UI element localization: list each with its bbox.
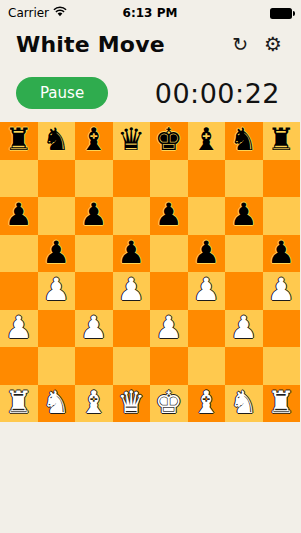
square-h7[interactable]	[263, 160, 301, 198]
refresh-button[interactable]: ↻	[232, 35, 248, 54]
white-pawn: ♟	[192, 274, 220, 305]
square-b7[interactable]	[38, 160, 76, 198]
white-rook: ♜	[267, 387, 295, 418]
white-knight: ♞	[42, 387, 70, 418]
square-e6[interactable]: ♟	[150, 197, 188, 235]
square-b5[interactable]: ♟	[38, 235, 76, 273]
square-g1[interactable]: ♞	[225, 385, 263, 423]
square-e8[interactable]: ♚	[150, 122, 188, 160]
black-pawn: ♟	[80, 199, 108, 230]
square-b8[interactable]: ♞	[38, 122, 76, 160]
black-bishop: ♝	[80, 124, 108, 155]
square-d1[interactable]: ♛	[113, 385, 151, 423]
square-a8[interactable]: ♜	[0, 122, 38, 160]
square-c4[interactable]	[75, 272, 113, 310]
square-g5[interactable]	[225, 235, 263, 273]
square-c1[interactable]: ♝	[75, 385, 113, 423]
square-a4[interactable]	[0, 272, 38, 310]
square-a7[interactable]	[0, 160, 38, 198]
square-h2[interactable]	[263, 347, 301, 385]
black-rook: ♜	[267, 124, 295, 155]
white-pawn: ♟	[117, 274, 145, 305]
battery-icon	[270, 8, 292, 19]
square-a3[interactable]: ♟	[0, 310, 38, 348]
white-bishop: ♝	[192, 387, 220, 418]
black-pawn: ♟	[42, 237, 70, 268]
square-f3[interactable]	[188, 310, 226, 348]
square-f7[interactable]	[188, 160, 226, 198]
square-b4[interactable]: ♟	[38, 272, 76, 310]
square-e3[interactable]: ♟	[150, 310, 188, 348]
black-pawn: ♟	[117, 237, 145, 268]
square-h5[interactable]: ♟	[263, 235, 301, 273]
black-rook: ♜	[5, 124, 33, 155]
carrier-label: Carrier	[8, 6, 49, 20]
white-pawn: ♟	[155, 312, 183, 343]
status-clock: 6:13 PM	[98, 6, 202, 20]
white-pawn: ♟	[267, 274, 295, 305]
square-h3[interactable]	[263, 310, 301, 348]
header: White Move ↻ ⚙	[0, 24, 300, 64]
square-d8[interactable]: ♛	[113, 122, 151, 160]
black-queen: ♛	[117, 124, 145, 155]
square-d2[interactable]	[113, 347, 151, 385]
square-c2[interactable]	[75, 347, 113, 385]
square-g8[interactable]: ♞	[225, 122, 263, 160]
black-pawn: ♟	[5, 199, 33, 230]
square-a5[interactable]	[0, 235, 38, 273]
square-h4[interactable]: ♟	[263, 272, 301, 310]
wifi-icon	[53, 6, 67, 20]
white-queen: ♛	[117, 387, 145, 418]
black-pawn: ♟	[267, 237, 295, 268]
settings-button[interactable]: ⚙	[264, 34, 282, 54]
square-h6[interactable]	[263, 197, 301, 235]
controls-row: Pause 00:00:22	[0, 64, 300, 122]
square-e2[interactable]	[150, 347, 188, 385]
square-f5[interactable]: ♟	[188, 235, 226, 273]
white-king: ♚	[155, 387, 183, 418]
square-g7[interactable]	[225, 160, 263, 198]
square-d3[interactable]	[113, 310, 151, 348]
white-rook: ♜	[5, 387, 33, 418]
black-pawn: ♟	[192, 237, 220, 268]
square-h8[interactable]: ♜	[263, 122, 301, 160]
square-d6[interactable]	[113, 197, 151, 235]
square-g2[interactable]	[225, 347, 263, 385]
game-timer: 00:00:22	[155, 78, 280, 109]
square-c5[interactable]	[75, 235, 113, 273]
square-b3[interactable]	[38, 310, 76, 348]
square-c6[interactable]: ♟	[75, 197, 113, 235]
square-f8[interactable]: ♝	[188, 122, 226, 160]
black-bishop: ♝	[192, 124, 220, 155]
square-f6[interactable]	[188, 197, 226, 235]
square-b1[interactable]: ♞	[38, 385, 76, 423]
square-a6[interactable]: ♟	[0, 197, 38, 235]
square-e7[interactable]	[150, 160, 188, 198]
square-f2[interactable]	[188, 347, 226, 385]
refresh-icon: ↻	[232, 34, 248, 55]
square-c7[interactable]	[75, 160, 113, 198]
square-e4[interactable]	[150, 272, 188, 310]
white-pawn: ♟	[80, 312, 108, 343]
white-pawn: ♟	[230, 312, 258, 343]
square-a2[interactable]	[0, 347, 38, 385]
black-knight: ♞	[42, 124, 70, 155]
square-g6[interactable]: ♟	[225, 197, 263, 235]
square-d5[interactable]: ♟	[113, 235, 151, 273]
pause-button[interactable]: Pause	[16, 77, 108, 109]
black-pawn: ♟	[155, 199, 183, 230]
black-knight: ♞	[230, 124, 258, 155]
square-c3[interactable]: ♟	[75, 310, 113, 348]
square-e5[interactable]	[150, 235, 188, 273]
chess-board: ♜♞♝♛♚♝♞♜♟♟♟♟♟♟♟♟♟♟♟♟♟♟♟♟♜♞♝♛♚♝♞♜	[0, 122, 300, 422]
square-f4[interactable]: ♟	[188, 272, 226, 310]
square-c8[interactable]: ♝	[75, 122, 113, 160]
black-pawn: ♟	[230, 199, 258, 230]
square-e1[interactable]: ♚	[150, 385, 188, 423]
square-f1[interactable]: ♝	[188, 385, 226, 423]
square-d7[interactable]	[113, 160, 151, 198]
gear-icon: ⚙	[264, 33, 282, 55]
black-king: ♚	[155, 124, 183, 155]
square-b6[interactable]	[38, 197, 76, 235]
square-b2[interactable]	[38, 347, 76, 385]
white-pawn: ♟	[42, 274, 70, 305]
square-g4[interactable]	[225, 272, 263, 310]
square-h1[interactable]: ♜	[263, 385, 301, 423]
status-bar: Carrier 6:13 PM	[0, 0, 300, 24]
square-d4[interactable]: ♟	[113, 272, 151, 310]
white-knight: ♞	[230, 387, 258, 418]
white-bishop: ♝	[80, 387, 108, 418]
square-a1[interactable]: ♜	[0, 385, 38, 423]
white-pawn: ♟	[5, 312, 33, 343]
square-g3[interactable]: ♟	[225, 310, 263, 348]
page-title: White Move	[16, 32, 165, 57]
